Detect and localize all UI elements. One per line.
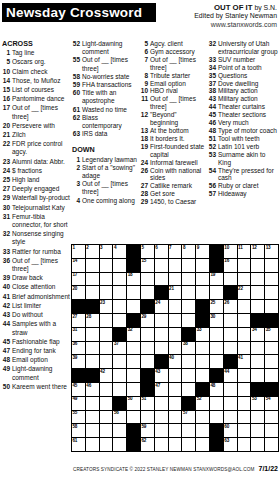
cell-r8c8[interactable] [169,342,182,355]
cell-r4c6[interactable] [141,286,154,299]
cell-r12c6[interactable]: 51 [141,397,154,410]
clue-down-35: 35Questions [208,72,278,80]
clue-number: 59 [72,81,82,89]
cell-r11c13[interactable] [238,383,251,396]
cell-r4c9[interactable] [182,286,195,299]
clue-number: 33 [208,56,218,64]
cell-r3c1[interactable]: 17 [72,273,85,286]
cell-r1c10[interactable]: 9 [196,245,209,258]
clue-number: 14 [2,77,12,85]
cell-r14c3[interactable] [100,424,113,437]
cell-r8c15[interactable] [265,342,278,355]
cell-r9c11[interactable] [210,355,223,368]
cell-r1c6[interactable]: 5 [141,245,154,258]
across-heading: ACROSS [2,40,70,48]
cell-number: 1 [73,245,75,250]
cell-r6c7[interactable] [155,314,168,327]
cell-r14c4[interactable] [113,424,126,437]
cell-r6c1[interactable]: 27 [72,314,85,327]
cell-r2c15[interactable] [265,259,278,272]
cell-r7c14[interactable]: 34 [251,328,264,341]
cell-r2c9[interactable] [182,259,195,272]
cell-r5c7[interactable]: 24 [155,300,168,313]
cell-r6c3[interactable] [100,314,113,327]
cell-r13c14[interactable] [251,411,264,424]
cell-r12c13[interactable] [238,397,251,410]
cell-r2c12[interactable]: 16 [224,259,237,272]
cell-r4c8[interactable]: 21 [169,286,182,299]
cell-r4c14[interactable] [251,286,264,299]
clue-number: 12 [140,111,150,127]
cell-r12c12[interactable] [224,397,237,410]
cell-r6c13[interactable] [238,314,251,327]
cell-number: 49 [73,396,78,401]
cell-r12c7[interactable] [155,397,168,410]
cell-r4c4[interactable] [113,286,126,299]
clue-text: Nonsense singing style [12,230,70,246]
cell-r7c12[interactable] [224,328,237,341]
cell-r4c5[interactable] [127,286,140,299]
cell-r7c15[interactable]: 35 [265,328,278,341]
clue-text: Email option [12,356,70,364]
cell-r10c9[interactable] [182,369,195,382]
cell-number: 15 [142,258,147,263]
cell-r10c5[interactable] [127,369,140,382]
cell-r9c10[interactable] [196,355,209,368]
cell-r8c9[interactable]: 38 [182,342,195,355]
cell-r15c10[interactable] [196,438,209,451]
cell-r1c12[interactable]: 10 [224,245,237,258]
cell-r7c7[interactable] [155,328,168,341]
cell-r2c3[interactable] [100,259,113,272]
clue-number: 58 [72,73,82,81]
cell-r8c2[interactable] [86,342,99,355]
cell-r2c13[interactable] [238,259,251,272]
clue-text: Ruby or claret [218,182,278,190]
clue-text: Draw back [12,274,70,282]
cell-r4c15[interactable] [265,286,278,299]
cell-r3c10[interactable] [196,273,209,286]
cell-r8c4[interactable]: 37 [113,342,126,355]
clue-number: 34 [208,64,218,72]
cell-r1c3[interactable]: 3 [100,245,113,258]
clue-text: Out of __ [times three] [150,56,206,72]
clue-text: FHA transactions [82,81,138,89]
clue-number: 28 [140,190,150,198]
cell-r3c4[interactable] [113,273,126,286]
cell-r7c8[interactable] [169,328,182,341]
cell-r8c14[interactable] [251,342,264,355]
cell-r14c12[interactable]: 60 [224,424,237,437]
clue-text: Title with an apostrophe [82,89,138,105]
cell-r6c12[interactable] [224,314,237,327]
black-square-r9c7 [155,355,168,368]
cell-r5c13[interactable] [238,300,251,313]
cell-r9c13[interactable]: 41 [238,355,251,368]
clue-text: Theater curtains [218,103,278,111]
clue-number: 49 [2,365,12,381]
black-square-r14c5 [127,424,140,437]
cell-r3c7[interactable] [155,273,168,286]
cell-r15c1[interactable]: 61 [72,438,85,451]
cell-r4c11[interactable] [210,286,223,299]
cell-number: 37 [114,341,119,346]
clue-number: 38 [208,87,218,95]
clue-text: Very much [218,119,278,127]
cell-r6c2[interactable]: 28 [86,314,99,327]
cell-r3c15[interactable] [265,273,278,286]
cell-r1c9[interactable]: 8 [182,245,195,258]
cell-r7c6[interactable] [141,328,154,341]
cell-r1c4[interactable]: 4 [113,245,126,258]
cell-r15c7[interactable] [155,438,168,451]
cell-number: 25 [211,300,216,305]
cell-r14c9[interactable] [182,424,195,437]
cell-r3c11[interactable]: 19 [210,273,223,286]
cell-r10c13[interactable] [238,369,251,382]
clue-text: Claim check [12,68,70,76]
clue-text: Start of a "sowing" adage [82,164,138,180]
cell-r11c2[interactable]: 46 [86,383,99,396]
cell-r4c13[interactable]: 22 [238,286,251,299]
cell-r12c5[interactable]: 50 [127,397,140,410]
cell-r3c14[interactable] [251,273,264,286]
clue-number: 1 [2,49,12,57]
clue-down-56: 56Ruby or claret [208,182,278,190]
clue-down-52: 52Latin 101 verb [208,143,278,151]
cell-number: 35 [266,327,271,332]
cell-r15c6[interactable]: 62 [141,438,154,451]
cell-r9c8[interactable]: 40 [169,355,182,368]
cell-r15c12[interactable]: 63 [224,438,237,451]
cell-r3c13[interactable] [238,273,251,286]
cell-r1c1[interactable]: 1 [72,245,85,258]
clue-number: 61 [72,106,82,114]
cell-r1c15[interactable]: 13 [265,245,278,258]
cell-r6c11[interactable]: 30 [210,314,223,327]
cell-r13c9[interactable]: 57 [182,411,195,424]
clue-across-30: 30Telejournalist Katy [2,204,70,212]
clue-number: 20 [2,122,12,130]
cell-r9c5[interactable] [127,355,140,368]
cell-r11c9[interactable] [182,383,195,396]
cell-r14c10[interactable] [196,424,209,437]
clue-text: Those, to Muñoz [12,77,70,85]
cell-r1c2[interactable]: 2 [86,245,99,258]
cell-r7c13[interactable] [238,328,251,341]
cell-r3c5[interactable]: 18 [127,273,140,286]
cell-r13c4[interactable]: 56 [113,411,126,424]
clue-number: 36 [2,257,12,273]
cell-r2c8[interactable] [169,259,182,272]
clue-number: 22 [2,140,12,156]
clue-down-48: 48Type of motor coach [208,127,278,135]
cell-r11c4[interactable] [113,383,126,396]
cell-r13c7[interactable] [155,411,168,424]
cell-r8c13[interactable] [238,342,251,355]
cell-r9c14[interactable] [251,355,264,368]
cell-r11c12[interactable] [224,383,237,396]
cell-r9c6[interactable] [141,355,154,368]
cell-r5c12[interactable]: 26 [224,300,237,313]
cell-r13c10[interactable] [196,411,209,424]
clue-number: 51 [208,135,218,143]
cell-r1c14[interactable]: 12 [251,245,264,258]
clue-number: 5 [2,58,12,66]
clue-down-57: 57Hideaway [208,190,278,198]
cell-r6c8[interactable] [169,314,182,327]
cell-r14c1[interactable]: 58 [72,424,85,437]
clue-text: Ending for tank [12,347,70,355]
cell-r13c8[interactable] [169,411,182,424]
clue-text: Out of __ [times three] [82,180,138,196]
clue-text: Fashionable flap [12,338,70,346]
cell-r12c14[interactable]: 53 [251,397,264,410]
cell-r7c1[interactable]: 31 [72,328,85,341]
cell-r9c3[interactable] [100,355,113,368]
cell-r12c3[interactable] [100,397,113,410]
cell-r3c12[interactable] [224,273,237,286]
cell-r5c15[interactable] [265,300,278,313]
cell-r8c6[interactable] [141,342,154,355]
clue-down-32: 32University of Utah extracurricular gro… [208,40,278,56]
cell-r5c5[interactable] [127,300,140,313]
clue-across-43: 43Do without [2,311,70,319]
clue-number: 54 [208,167,218,183]
cell-r4c2[interactable] [86,286,99,299]
cell-r7c5[interactable]: 32 [127,328,140,341]
cell-number: 27 [73,314,78,319]
cell-r12c1[interactable]: 49 [72,397,85,410]
cell-number: 19 [211,272,216,277]
cell-r4c10[interactable] [196,286,209,299]
clue-number: 63 [72,130,82,138]
clue-number: 29 [2,194,12,202]
cell-r13c6[interactable] [141,411,154,424]
black-square-r12c4 [113,397,126,410]
cell-r8c1[interactable]: 36 [72,342,85,355]
cell-r5c8[interactable] [169,300,182,313]
cell-r14c8[interactable] [169,424,182,437]
cell-r8c12[interactable] [224,342,237,355]
cell-number: 50 [128,396,133,401]
clue-down-7: 7Out of __ [times three] [140,56,206,72]
clue-down-44: 44Theater curtains [208,103,278,111]
clue-down-19: 19First-founded state capital [140,143,206,159]
cell-r3c8[interactable] [169,273,182,286]
cell-number: 33 [197,327,202,332]
cell-r5c9[interactable] [182,300,195,313]
cell-r7c2[interactable] [86,328,99,341]
cell-number: 53 [252,396,257,401]
cell-r7c3[interactable] [100,328,113,341]
cell-r3c9[interactable] [182,273,195,286]
clue-across-29: 29Waterfall by-product [2,194,70,202]
cell-r8c11[interactable] [210,342,223,355]
clue-across-42: 42List limiter [2,302,70,310]
cell-r5c14[interactable] [251,300,264,313]
cell-r4c3[interactable] [100,286,113,299]
clue-text: Blass contemporary [82,114,138,130]
clue-text: Pantomime dance [12,95,70,103]
cell-r14c6[interactable]: 59 [141,424,154,437]
cell-r8c10[interactable] [196,342,209,355]
cell-r11c3[interactable] [100,383,113,396]
cell-number: 57 [183,410,188,415]
cell-r15c9[interactable] [182,438,195,451]
cell-r13c1[interactable]: 55 [72,411,85,424]
crossword-page: Newsday Crossword OUT OF IT by S.N. Edit… [0,0,280,481]
clue-text: Brief admonishment [12,293,70,301]
cell-r9c15[interactable] [265,355,278,368]
cell-r2c4[interactable] [113,259,126,272]
cell-r14c14[interactable] [251,424,264,437]
cell-r10c7[interactable]: 43 [155,369,168,382]
cell-r9c2[interactable] [86,355,99,368]
cell-r14c2[interactable] [86,424,99,437]
cell-r9c4[interactable] [113,355,126,368]
down-heading: DOWN [72,146,138,154]
cell-r15c3[interactable] [100,438,113,451]
cell-r10c15[interactable] [265,369,278,382]
clue-across-17: 17Out of __ [times three] [2,104,70,120]
cell-r7c11[interactable] [210,328,223,341]
cell-r8c5[interactable] [127,342,140,355]
cell-r14c7[interactable] [155,424,168,437]
cell-r14c13[interactable] [238,424,251,437]
clue-text: Femur-tibia connector, for short [12,213,70,229]
cell-number: 48 [211,383,216,388]
clue-down-46: 46Very much [208,119,278,127]
clue-down-43: 43Military action [208,95,278,103]
cell-number: 20 [73,286,78,291]
cell-r11c1[interactable]: 45 [72,383,85,396]
cell-number: 44 [224,369,229,374]
black-square-r4c12 [224,286,237,299]
cell-r13c2[interactable] [86,411,99,424]
cell-r2c2[interactable] [86,259,99,272]
cell-r15c13[interactable] [238,438,251,451]
cell-r13c11[interactable] [210,411,223,424]
clue-down-26: 26Coin with national sides [140,167,206,183]
clue-number: 11 [140,95,150,111]
cell-r2c1[interactable]: 14 [72,259,85,272]
clue-text: Point of a tooth [218,64,278,72]
cell-r6c6[interactable]: 29 [141,314,154,327]
crossword-grid: 1234567891011121314151617181920212223242… [71,244,279,452]
clue-text: Dove dwelling [218,80,278,88]
cell-r9c9[interactable] [182,355,195,368]
cell-r4c1[interactable]: 20 [72,286,85,299]
cell-r10c14[interactable] [251,369,264,382]
cell-r13c12[interactable] [224,411,237,424]
cell-r1c8[interactable]: 7 [169,245,182,258]
cell-r12c2[interactable] [86,397,99,410]
clue-text: University of Utah extracurricular group [218,40,278,56]
cell-r15c8[interactable] [169,438,182,451]
clue-text: Persevere with [12,122,70,130]
cell-r3c6[interactable] [141,273,154,286]
cell-r15c2[interactable] [86,438,99,451]
cell-r2c6[interactable]: 15 [141,259,154,272]
clue-column-1: ACROSS1Tag line5Oscars org.10Claim check… [2,40,70,392]
clue-across-14: 14Those, to Muñoz [2,77,70,85]
clue-across-1: 1Tag line [2,49,70,57]
clue-text: Rattler for rumba [12,248,70,256]
cell-r10c10[interactable] [196,369,209,382]
cell-r2c14[interactable] [251,259,264,272]
cell-number: 30 [211,314,216,319]
cell-r12c10[interactable]: 52 [196,397,209,410]
cell-r6c4[interactable] [113,314,126,327]
cell-number: 29 [142,314,147,319]
cell-r5c3[interactable]: 23 [100,300,113,313]
clue-text: Light-dawning comment [12,365,70,381]
cell-r2c10[interactable] [196,259,209,272]
cell-r1c13[interactable]: 11 [238,245,251,258]
cell-r14c15[interactable] [265,424,278,437]
clue-across-24: 24$ fractions [2,167,70,175]
clue-number: 48 [208,127,218,135]
cell-number: 63 [224,438,229,443]
cell-r11c5[interactable] [127,383,140,396]
syndicate-credit: CREATORS SYNDICATE © 2022 STANLEY NEWMAN… [73,467,255,472]
cell-r8c3[interactable] [100,342,113,355]
cell-r10c3[interactable]: 42 [100,369,113,382]
cell-number: 10 [224,245,229,250]
cell-r10c4[interactable] [113,369,126,382]
cell-number: 21 [169,286,174,291]
cell-r13c3[interactable] [100,411,113,424]
cell-r12c15[interactable]: 54 [265,397,278,410]
black-square-r15c5 [127,438,140,451]
cell-r13c15[interactable] [265,411,278,424]
cell-r11c11[interactable]: 48 [210,383,223,396]
cell-r15c4[interactable] [113,438,126,451]
cell-r5c11[interactable]: 25 [210,300,223,313]
cell-r8c7[interactable] [155,342,168,355]
clue-number: 7 [140,56,150,72]
cell-r5c4[interactable] [113,300,126,313]
cell-r6c9[interactable] [182,314,195,327]
cell-r10c12[interactable]: 44 [224,369,237,382]
clue-text: Samples with a straw [12,320,70,336]
cell-r3c2[interactable] [86,273,99,286]
clue-down-5: 5Agcy. client [140,40,206,48]
clue-text: They're pressed for cash [218,167,278,183]
cell-r9c1[interactable]: 39 [72,355,85,368]
cell-r3c3[interactable] [100,273,113,286]
cell-r13c13[interactable] [238,411,251,424]
cell-number: 45 [73,383,78,388]
cell-r2c7[interactable] [155,259,168,272]
puzzle-byline: by S.N. [254,4,277,11]
cell-r11c8[interactable] [169,383,182,396]
clue-across-15: 15List of courses [2,86,70,94]
clue-across-40: 40Close attention [2,283,70,291]
clue-number: 35 [208,72,218,80]
cell-r12c11[interactable] [210,397,223,410]
cell-r11c7[interactable]: 47 [155,383,168,396]
cell-r15c14[interactable] [251,438,264,451]
clue-number: 9 [140,80,150,88]
cell-r1c7[interactable]: 6 [155,245,168,258]
cell-r10c8[interactable] [169,369,182,382]
cell-r12c8[interactable] [169,397,182,410]
cell-r15c15[interactable] [265,438,278,451]
cell-r13c5[interactable] [127,411,140,424]
cell-r7c10[interactable]: 33 [196,328,209,341]
